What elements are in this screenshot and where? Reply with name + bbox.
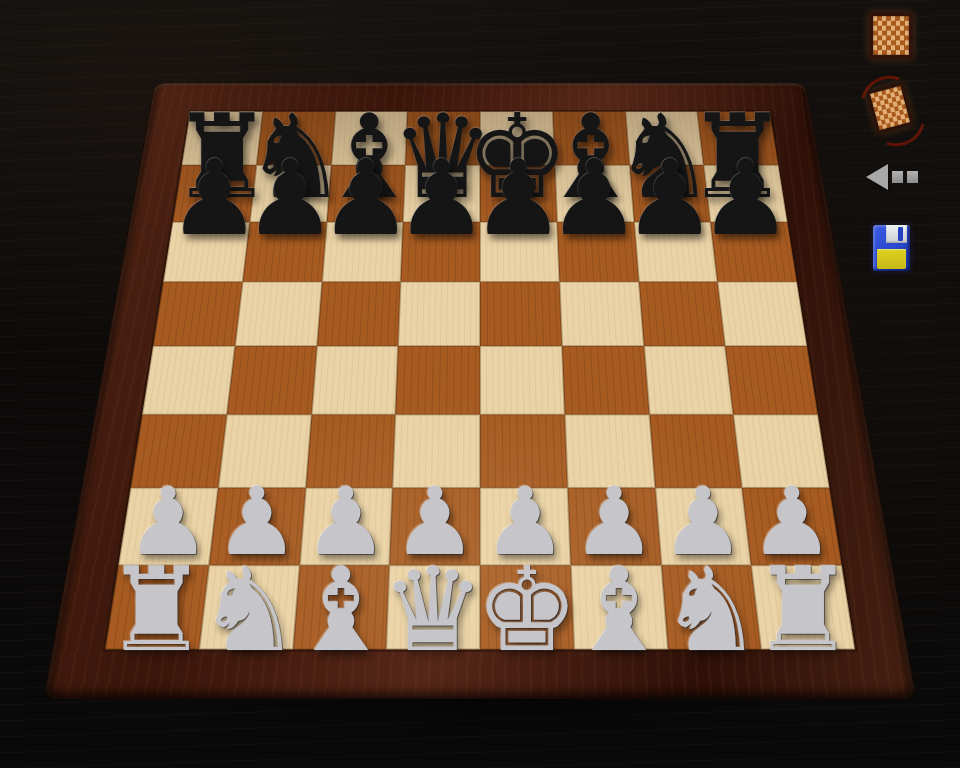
piece-white-knight-b1[interactable]: ♞ (197, 552, 301, 668)
floppy-disk-slot (898, 227, 903, 241)
square-f4[interactable] (562, 346, 649, 414)
square-h5[interactable] (718, 282, 807, 346)
square-a5[interactable] (153, 282, 242, 346)
piece-white-bishop-c1[interactable]: ♝ (289, 552, 393, 668)
piece-white-knight-g1[interactable]: ♞ (659, 552, 763, 668)
piece-white-rook-a1[interactable]: ♜ (105, 552, 209, 668)
undo-move-button[interactable] (866, 162, 916, 192)
undo-arrow-icon (866, 164, 888, 190)
piece-white-queen-d1[interactable]: ♛ (381, 552, 485, 668)
chess-app-window: ♜♞♝♛♚♝♞♜♟♟♟♟♟♟♟♟♟♟♟♟♟♟♟♟♜♞♝♛♚♝♞♜ (0, 0, 960, 768)
floppy-disk-shutter (886, 225, 907, 243)
square-b5[interactable] (235, 282, 322, 346)
piece-white-bishop-f1[interactable]: ♝ (567, 552, 671, 668)
floppy-disk-label (877, 249, 906, 269)
save-game-button[interactable] (873, 225, 910, 271)
undo-arrow-segment (907, 171, 918, 183)
square-h4[interactable] (725, 346, 818, 414)
square-a4[interactable] (142, 346, 235, 414)
square-f5[interactable] (559, 282, 643, 346)
square-e5[interactable] (480, 282, 562, 346)
piece-black-pawn-h7[interactable]: ♟ (699, 146, 792, 250)
view-2d-board-button[interactable] (869, 12, 913, 59)
square-g4[interactable] (644, 346, 734, 414)
square-d5[interactable] (398, 282, 480, 346)
piece-white-rook-h1[interactable]: ♜ (751, 552, 855, 668)
square-c4[interactable] (311, 346, 398, 414)
square-d4[interactable] (396, 346, 480, 414)
square-e4[interactable] (480, 346, 564, 414)
square-b4[interactable] (227, 346, 317, 414)
square-c5[interactable] (317, 282, 401, 346)
square-g5[interactable] (638, 282, 725, 346)
piece-white-king-e1[interactable]: ♚ (475, 552, 579, 668)
rotate-view-button[interactable] (866, 80, 914, 136)
undo-arrow-segment (892, 171, 903, 183)
